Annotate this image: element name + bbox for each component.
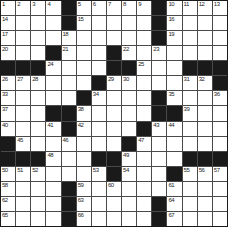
white-cell[interactable]: 12: [198, 1, 212, 15]
white-cell[interactable]: [183, 31, 197, 45]
black-cell: [62, 197, 76, 211]
white-cell[interactable]: 64: [167, 197, 181, 211]
white-cell[interactable]: [213, 197, 227, 211]
white-cell[interactable]: [62, 61, 76, 75]
white-cell[interactable]: 17: [1, 31, 15, 45]
clue-number: 21: [63, 46, 69, 52]
white-cell[interactable]: 7: [107, 1, 121, 15]
white-cell[interactable]: [137, 152, 151, 166]
clue-number: 35: [168, 91, 174, 97]
white-cell[interactable]: [213, 46, 227, 60]
clue-number: 32: [199, 76, 205, 82]
white-cell[interactable]: [77, 137, 91, 151]
clue-number: 58: [2, 182, 8, 188]
clue-number: 54: [123, 167, 129, 173]
white-cell[interactable]: [92, 16, 106, 30]
white-cell[interactable]: [31, 122, 45, 136]
white-cell[interactable]: 21: [62, 46, 76, 60]
white-cell[interactable]: 62: [1, 197, 15, 211]
white-cell[interactable]: [198, 182, 212, 196]
white-cell[interactable]: [167, 61, 181, 75]
clue-number: 42: [78, 122, 84, 128]
black-cell: [107, 46, 121, 60]
clue-number: 50: [2, 167, 8, 173]
clue-number: 59: [78, 182, 84, 188]
white-cell[interactable]: [137, 197, 151, 211]
white-cell[interactable]: [16, 122, 30, 136]
white-cell[interactable]: [77, 31, 91, 45]
clue-number: 17: [2, 31, 8, 37]
white-cell[interactable]: [46, 167, 60, 181]
black-cell: [92, 76, 106, 90]
crossword-grid: 1234567891011121314151617181920212223242…: [0, 0, 228, 227]
white-cell[interactable]: [46, 16, 60, 30]
white-cell[interactable]: [183, 46, 197, 60]
white-cell[interactable]: [46, 212, 60, 226]
clue-number: 7: [108, 1, 111, 7]
white-cell[interactable]: 24: [46, 61, 60, 75]
white-cell[interactable]: 63: [77, 197, 91, 211]
white-cell[interactable]: [107, 16, 121, 30]
white-cell[interactable]: [152, 137, 166, 151]
white-cell[interactable]: [198, 212, 212, 226]
clue-number: 57: [214, 167, 220, 173]
white-cell[interactable]: [46, 182, 60, 196]
clue-number: 28: [32, 76, 38, 82]
black-cell: [31, 61, 45, 75]
white-cell[interactable]: 65: [1, 212, 15, 226]
clue-number: 51: [17, 167, 23, 173]
white-cell[interactable]: [16, 182, 30, 196]
clue-number: 64: [168, 197, 174, 203]
white-cell[interactable]: 28: [31, 76, 45, 90]
white-cell[interactable]: [31, 197, 45, 211]
white-cell[interactable]: [92, 31, 106, 45]
clue-number: 52: [32, 167, 38, 173]
clue-number: 13: [214, 1, 220, 7]
black-cell: [62, 1, 76, 15]
white-cell[interactable]: [16, 31, 30, 45]
black-cell: [62, 106, 76, 120]
clue-number: 55: [184, 167, 190, 173]
white-cell[interactable]: [183, 197, 197, 211]
black-cell: [152, 16, 166, 30]
white-cell[interactable]: [137, 167, 151, 181]
white-cell[interactable]: [152, 182, 166, 196]
white-cell[interactable]: 16: [167, 16, 181, 30]
white-cell[interactable]: 5: [77, 1, 91, 15]
white-cell[interactable]: 36: [213, 91, 227, 105]
white-cell[interactable]: [122, 91, 136, 105]
white-cell[interactable]: [107, 197, 121, 211]
crossword-screenshot: 1234567891011121314151617181920212223242…: [0, 0, 229, 228]
white-cell[interactable]: 3: [31, 1, 45, 15]
white-cell[interactable]: [122, 182, 136, 196]
white-cell[interactable]: 46: [62, 137, 76, 151]
black-cell: [31, 152, 45, 166]
black-cell: [198, 61, 212, 75]
white-cell[interactable]: [183, 182, 197, 196]
white-cell[interactable]: 33: [1, 91, 15, 105]
white-cell[interactable]: [183, 122, 197, 136]
white-cell[interactable]: [198, 31, 212, 45]
white-cell[interactable]: 41: [46, 122, 60, 136]
white-cell[interactable]: 23: [152, 46, 166, 60]
black-cell: [213, 152, 227, 166]
clue-number: 56: [199, 167, 205, 173]
white-cell[interactable]: 18: [62, 31, 76, 45]
clue-number: 29: [108, 76, 114, 82]
clue-number: 40: [2, 122, 8, 128]
white-cell[interactable]: 38: [77, 106, 91, 120]
white-cell[interactable]: [213, 122, 227, 136]
black-cell: [152, 212, 166, 226]
clue-number: 37: [2, 106, 8, 112]
black-cell: [62, 212, 76, 226]
white-cell[interactable]: [137, 46, 151, 60]
black-cell: [122, 137, 136, 151]
clue-number: 62: [2, 197, 8, 203]
white-cell[interactable]: 35: [167, 91, 181, 105]
white-cell[interactable]: [16, 46, 30, 60]
white-cell[interactable]: 34: [92, 91, 106, 105]
clue-number: 53: [93, 167, 99, 173]
white-cell[interactable]: 8: [122, 1, 136, 15]
white-cell[interactable]: 52: [31, 167, 45, 181]
clue-number: 31: [184, 76, 190, 82]
white-cell[interactable]: [183, 91, 197, 105]
white-cell[interactable]: 45: [16, 137, 30, 151]
white-cell[interactable]: [137, 76, 151, 90]
white-cell[interactable]: [107, 212, 121, 226]
clue-number: 26: [2, 76, 8, 82]
clue-number: 41: [47, 122, 53, 128]
white-cell[interactable]: [152, 61, 166, 75]
white-cell[interactable]: [77, 167, 91, 181]
clue-number: 15: [78, 16, 84, 22]
white-cell[interactable]: 51: [16, 167, 30, 181]
white-cell[interactable]: [213, 212, 227, 226]
white-cell[interactable]: 48: [46, 152, 60, 166]
white-cell[interactable]: 6: [92, 1, 106, 15]
white-cell[interactable]: 42: [77, 122, 91, 136]
black-cell: [152, 91, 166, 105]
white-cell[interactable]: 32: [198, 76, 212, 90]
clue-number: 44: [168, 122, 174, 128]
clue-number: 39: [184, 106, 190, 112]
white-cell[interactable]: [122, 197, 136, 211]
black-cell: [152, 1, 166, 15]
white-cell[interactable]: [122, 31, 136, 45]
clue-number: 12: [199, 1, 205, 7]
white-cell[interactable]: [213, 31, 227, 45]
white-cell[interactable]: [213, 106, 227, 120]
clue-number: 20: [2, 46, 8, 52]
black-cell: [1, 61, 15, 75]
white-cell[interactable]: 9: [137, 1, 151, 15]
white-cell[interactable]: [122, 212, 136, 226]
clue-number: 6: [93, 1, 96, 7]
clue-number: 66: [78, 212, 84, 218]
white-cell[interactable]: 25: [137, 61, 151, 75]
white-cell[interactable]: 61: [167, 182, 181, 196]
white-cell[interactable]: 39: [183, 106, 197, 120]
white-cell[interactable]: 30: [122, 76, 136, 90]
white-cell[interactable]: [31, 16, 45, 30]
black-cell: [183, 61, 197, 75]
black-cell: [152, 31, 166, 45]
white-cell[interactable]: [137, 182, 151, 196]
white-cell[interactable]: [198, 46, 212, 60]
white-cell[interactable]: [62, 76, 76, 90]
white-cell[interactable]: [92, 61, 106, 75]
white-cell[interactable]: [198, 197, 212, 211]
white-cell[interactable]: 13: [213, 1, 227, 15]
black-cell: [1, 137, 15, 151]
black-cell: [77, 91, 91, 105]
white-cell[interactable]: [92, 46, 106, 60]
clue-number: 63: [78, 197, 84, 203]
white-cell[interactable]: [31, 137, 45, 151]
black-cell: [107, 167, 121, 181]
clue-number: 19: [168, 31, 174, 37]
white-cell[interactable]: 55: [183, 167, 197, 181]
black-cell: [46, 106, 60, 120]
white-cell[interactable]: [16, 197, 30, 211]
white-cell[interactable]: [62, 167, 76, 181]
white-cell[interactable]: 57: [213, 167, 227, 181]
white-cell[interactable]: 2: [16, 1, 30, 15]
white-cell[interactable]: [213, 16, 227, 30]
clue-number: 5: [78, 1, 81, 7]
clue-number: 18: [63, 31, 69, 37]
white-cell[interactable]: 27: [16, 76, 30, 90]
white-cell[interactable]: [62, 91, 76, 105]
clue-number: 34: [93, 91, 99, 97]
white-cell[interactable]: [92, 182, 106, 196]
clue-number: 47: [138, 137, 144, 143]
clue-number: 3: [32, 1, 35, 7]
black-cell: [62, 16, 76, 30]
black-cell: [137, 122, 151, 136]
clue-number: 22: [123, 46, 129, 52]
white-cell[interactable]: [122, 16, 136, 30]
white-cell[interactable]: [92, 137, 106, 151]
black-cell: [122, 61, 136, 75]
white-cell[interactable]: [77, 76, 91, 90]
clue-number: 4: [47, 1, 50, 7]
white-cell[interactable]: [167, 137, 181, 151]
clue-number: 61: [168, 182, 174, 188]
white-cell[interactable]: [46, 91, 60, 105]
white-cell[interactable]: [31, 106, 45, 120]
white-cell[interactable]: [31, 212, 45, 226]
white-cell[interactable]: [46, 137, 60, 151]
clue-number: 33: [2, 91, 8, 97]
black-cell: [152, 197, 166, 211]
black-cell: [107, 61, 121, 75]
black-cell: [16, 152, 30, 166]
white-cell[interactable]: 14: [1, 16, 15, 30]
white-cell[interactable]: [92, 106, 106, 120]
white-cell[interactable]: [77, 46, 91, 60]
white-cell[interactable]: [152, 152, 166, 166]
white-cell[interactable]: [31, 182, 45, 196]
white-cell[interactable]: [77, 152, 91, 166]
white-cell[interactable]: 66: [77, 212, 91, 226]
black-cell: [92, 152, 106, 166]
black-cell: [213, 76, 227, 90]
white-cell[interactable]: [46, 197, 60, 211]
white-cell[interactable]: [46, 31, 60, 45]
clue-number: 43: [153, 122, 159, 128]
clue-number: 45: [17, 137, 23, 143]
black-cell: [213, 61, 227, 75]
white-cell[interactable]: 10: [167, 1, 181, 15]
white-cell[interactable]: [152, 76, 166, 90]
white-cell[interactable]: [167, 152, 181, 166]
white-cell[interactable]: 40: [1, 122, 15, 136]
white-cell[interactable]: [92, 212, 106, 226]
white-cell[interactable]: [137, 106, 151, 120]
white-cell[interactable]: [122, 122, 136, 136]
clue-number: 11: [184, 1, 189, 7]
white-cell[interactable]: [16, 91, 30, 105]
black-cell: [1, 152, 15, 166]
clue-number: 49: [123, 152, 129, 158]
clue-number: 10: [168, 1, 174, 7]
white-cell[interactable]: [198, 16, 212, 30]
white-cell[interactable]: 15: [77, 16, 91, 30]
clue-number: 36: [214, 91, 220, 97]
white-cell[interactable]: 4: [46, 1, 60, 15]
clue-number: 65: [2, 212, 8, 218]
white-cell[interactable]: [107, 137, 121, 151]
white-cell[interactable]: [198, 137, 212, 151]
clue-number: 67: [168, 212, 174, 218]
white-cell[interactable]: [167, 76, 181, 90]
white-cell[interactable]: [92, 197, 106, 211]
white-cell[interactable]: [213, 137, 227, 151]
white-cell[interactable]: 43: [152, 122, 166, 136]
black-cell: [183, 152, 197, 166]
white-cell[interactable]: [31, 31, 45, 45]
white-cell[interactable]: 19: [167, 31, 181, 45]
black-cell: [167, 106, 181, 120]
white-cell[interactable]: 56: [198, 167, 212, 181]
clue-number: 48: [47, 152, 53, 158]
white-cell[interactable]: 26: [1, 76, 15, 90]
clue-number: 1: [2, 1, 5, 7]
white-cell[interactable]: [198, 91, 212, 105]
white-cell[interactable]: 1: [1, 1, 15, 15]
white-cell[interactable]: 60: [107, 182, 121, 196]
clue-number: 16: [168, 16, 174, 22]
white-cell[interactable]: [213, 182, 227, 196]
white-cell[interactable]: [122, 106, 136, 120]
white-cell[interactable]: [107, 106, 121, 120]
white-cell[interactable]: 29: [107, 76, 121, 90]
clue-number: 27: [17, 76, 23, 82]
white-cell[interactable]: [198, 106, 212, 120]
white-cell[interactable]: [16, 16, 30, 30]
clue-number: 25: [138, 61, 144, 67]
white-cell[interactable]: [183, 16, 197, 30]
white-cell[interactable]: 50: [1, 167, 15, 181]
white-cell[interactable]: [198, 122, 212, 136]
white-cell[interactable]: 20: [1, 46, 15, 60]
clue-number: 14: [2, 16, 8, 22]
black-cell: [107, 152, 121, 166]
white-cell[interactable]: [31, 46, 45, 60]
clue-number: 2: [17, 1, 20, 7]
clue-number: 9: [138, 1, 141, 7]
white-cell[interactable]: 53: [92, 167, 106, 181]
white-cell[interactable]: [16, 212, 30, 226]
white-cell[interactable]: [107, 122, 121, 136]
white-cell[interactable]: [183, 212, 197, 226]
white-cell[interactable]: 54: [122, 167, 136, 181]
clue-number: 24: [47, 61, 53, 67]
black-cell: [62, 182, 76, 196]
clue-number: 23: [153, 46, 159, 52]
black-cell: [152, 106, 166, 120]
white-cell[interactable]: 31: [183, 76, 197, 90]
black-cell: [46, 46, 60, 60]
white-cell[interactable]: 44: [167, 122, 181, 136]
white-cell[interactable]: 11: [183, 1, 197, 15]
black-cell: [167, 167, 181, 181]
white-cell[interactable]: [183, 137, 197, 151]
white-cell[interactable]: 47: [137, 137, 151, 151]
white-cell[interactable]: [137, 16, 151, 30]
clue-number: 38: [78, 106, 84, 112]
white-cell[interactable]: [167, 46, 181, 60]
white-cell[interactable]: 59: [77, 182, 91, 196]
white-cell[interactable]: [107, 31, 121, 45]
black-cell: [16, 61, 30, 75]
white-cell[interactable]: 49: [122, 152, 136, 166]
clue-number: 60: [108, 182, 114, 188]
white-cell[interactable]: 22: [122, 46, 136, 60]
white-cell[interactable]: [31, 91, 45, 105]
white-cell[interactable]: [137, 91, 151, 105]
white-cell[interactable]: [137, 31, 151, 45]
white-cell[interactable]: [46, 76, 60, 90]
clue-number: 30: [123, 76, 129, 82]
clue-number: 46: [63, 137, 69, 143]
white-cell[interactable]: 67: [167, 212, 181, 226]
white-cell[interactable]: [62, 152, 76, 166]
white-cell[interactable]: 58: [1, 182, 15, 196]
clue-number: 8: [123, 1, 126, 7]
white-cell[interactable]: [107, 91, 121, 105]
white-cell[interactable]: [16, 106, 30, 120]
black-cell: [62, 122, 76, 136]
white-cell[interactable]: [92, 122, 106, 136]
white-cell[interactable]: [152, 167, 166, 181]
black-cell: [198, 152, 212, 166]
white-cell[interactable]: [77, 61, 91, 75]
white-cell[interactable]: [137, 212, 151, 226]
white-cell[interactable]: 37: [1, 106, 15, 120]
